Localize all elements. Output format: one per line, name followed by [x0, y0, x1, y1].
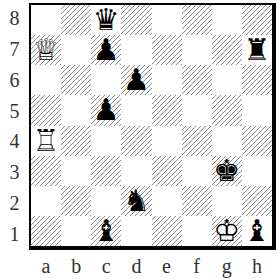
square-e2[interactable] — [152, 186, 182, 216]
black-pawn-c5[interactable]: ♟ — [93, 95, 120, 125]
square-h7[interactable]: ♜ — [242, 35, 272, 65]
rank-label-6: 6 — [0, 65, 29, 96]
white-rook-a4[interactable]: ♜♖ — [33, 126, 60, 156]
square-d1[interactable] — [121, 216, 151, 246]
rank-label-7: 7 — [0, 34, 29, 65]
square-f5[interactable] — [182, 95, 212, 125]
square-c2[interactable] — [91, 186, 121, 216]
square-f6[interactable] — [182, 65, 212, 95]
square-a7[interactable]: ♛♕ — [31, 35, 61, 65]
file-label-b: b — [61, 253, 91, 279]
rank-labels: 87654321 — [0, 3, 29, 250]
square-f2[interactable] — [182, 186, 212, 216]
black-king-g3[interactable]: ♚ — [213, 156, 240, 186]
file-label-e: e — [152, 253, 182, 279]
white-queen-a7[interactable]: ♛♕ — [33, 35, 60, 65]
square-h4[interactable] — [242, 126, 272, 156]
rank-label-4: 4 — [0, 127, 29, 158]
square-h5[interactable] — [242, 95, 272, 125]
square-h8[interactable] — [242, 5, 272, 35]
square-c4[interactable] — [91, 126, 121, 156]
square-c1[interactable]: ♝ — [91, 216, 121, 246]
rank-label-3: 3 — [0, 157, 29, 188]
square-d3[interactable] — [121, 156, 151, 186]
file-label-h: h — [242, 253, 272, 279]
file-label-c: c — [91, 253, 121, 279]
file-label-g: g — [212, 253, 242, 279]
chess-diagram: 87654321 ♛♛♕♟♜♟♟♜♖♚♞♝♚♔♝ abcdefgh — [0, 0, 279, 279]
square-f7[interactable] — [182, 35, 212, 65]
square-h2[interactable] — [242, 186, 272, 216]
square-d8[interactable] — [121, 5, 151, 35]
square-a4[interactable]: ♜♖ — [31, 126, 61, 156]
square-f8[interactable] — [182, 5, 212, 35]
square-d4[interactable] — [121, 126, 151, 156]
square-f3[interactable] — [182, 156, 212, 186]
black-pawn-d6[interactable]: ♟ — [123, 65, 150, 95]
square-g2[interactable] — [212, 186, 242, 216]
black-bishop-h1[interactable]: ♝ — [243, 216, 270, 246]
square-d7[interactable] — [121, 35, 151, 65]
rank-label-2: 2 — [0, 188, 29, 219]
rank-label-5: 5 — [0, 96, 29, 127]
square-b7[interactable] — [61, 35, 91, 65]
square-d6[interactable]: ♟ — [121, 65, 151, 95]
square-c8[interactable]: ♛ — [91, 5, 121, 35]
square-f1[interactable] — [182, 216, 212, 246]
square-c7[interactable]: ♟ — [91, 35, 121, 65]
square-e3[interactable] — [152, 156, 182, 186]
black-knight-d2[interactable]: ♞ — [123, 186, 150, 216]
file-label-f: f — [182, 253, 212, 279]
square-a2[interactable] — [31, 186, 61, 216]
square-h3[interactable] — [242, 156, 272, 186]
square-f4[interactable] — [182, 126, 212, 156]
rook-outline-glyph: ♖ — [33, 126, 60, 156]
square-b3[interactable] — [61, 156, 91, 186]
king-outline-glyph: ♔ — [213, 216, 240, 246]
square-g6[interactable] — [212, 65, 242, 95]
square-b5[interactable] — [61, 95, 91, 125]
square-b1[interactable] — [61, 216, 91, 246]
file-labels: abcdefgh — [29, 250, 276, 279]
square-a5[interactable] — [31, 95, 61, 125]
black-rook-h7[interactable]: ♜ — [243, 35, 270, 65]
square-h6[interactable] — [242, 65, 272, 95]
square-b4[interactable] — [61, 126, 91, 156]
square-g8[interactable] — [212, 5, 242, 35]
square-e5[interactable] — [152, 95, 182, 125]
white-king-g1[interactable]: ♚♔ — [213, 216, 240, 246]
file-label-d: d — [121, 253, 151, 279]
black-pawn-c7[interactable]: ♟ — [93, 35, 120, 65]
square-h1[interactable]: ♝ — [242, 216, 272, 246]
square-a6[interactable] — [31, 65, 61, 95]
square-d5[interactable] — [121, 95, 151, 125]
square-c6[interactable] — [91, 65, 121, 95]
square-g1[interactable]: ♚♔ — [212, 216, 242, 246]
chess-board: ♛♛♕♟♜♟♟♜♖♚♞♝♚♔♝ — [29, 3, 276, 250]
square-g7[interactable] — [212, 35, 242, 65]
file-label-a: a — [31, 253, 61, 279]
square-e4[interactable] — [152, 126, 182, 156]
square-e8[interactable] — [152, 5, 182, 35]
square-e1[interactable] — [152, 216, 182, 246]
square-b2[interactable] — [61, 186, 91, 216]
square-g5[interactable] — [212, 95, 242, 125]
square-e6[interactable] — [152, 65, 182, 95]
square-a1[interactable] — [31, 216, 61, 246]
square-c5[interactable]: ♟ — [91, 95, 121, 125]
rank-label-8: 8 — [0, 3, 29, 34]
black-bishop-c1[interactable]: ♝ — [93, 216, 120, 246]
square-b8[interactable] — [61, 5, 91, 35]
square-e7[interactable] — [152, 35, 182, 65]
square-c3[interactable] — [91, 156, 121, 186]
square-g3[interactable]: ♚ — [212, 156, 242, 186]
black-queen-c8[interactable]: ♛ — [93, 5, 120, 35]
square-a8[interactable] — [31, 5, 61, 35]
square-g4[interactable] — [212, 126, 242, 156]
square-d2[interactable]: ♞ — [121, 186, 151, 216]
queen-outline-glyph: ♕ — [33, 35, 60, 65]
rank-label-1: 1 — [0, 219, 29, 250]
square-b6[interactable] — [61, 65, 91, 95]
square-a3[interactable] — [31, 156, 61, 186]
